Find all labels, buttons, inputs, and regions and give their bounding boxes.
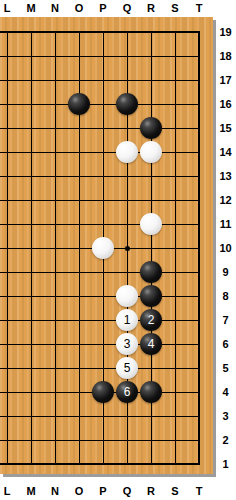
col-label-bottom-N: N xyxy=(43,483,67,499)
col-label-top-P: P xyxy=(91,0,115,16)
col-label-top-M: M xyxy=(19,0,43,16)
col-label-bottom-M: M xyxy=(19,483,43,499)
column-labels-top: LMNOPQRST xyxy=(0,0,211,16)
stone-white-r11 xyxy=(140,213,162,235)
row-label-10: 10 xyxy=(215,236,236,260)
stone-black-q16 xyxy=(116,93,138,115)
row-label-6: 6 xyxy=(215,332,236,356)
row-label-9: 9 xyxy=(215,260,236,284)
row-label-3: 3 xyxy=(215,404,236,428)
col-label-bottom-L: L xyxy=(0,483,19,499)
stone-white-q14 xyxy=(116,141,138,163)
col-label-top-Q: Q xyxy=(115,0,139,16)
row-label-2: 2 xyxy=(215,428,236,452)
col-label-bottom-S: S xyxy=(163,483,187,499)
row-label-8: 8 xyxy=(215,284,236,308)
stone-white-p10 xyxy=(92,237,114,259)
col-label-top-L: L xyxy=(0,0,19,16)
stone-black-o16 xyxy=(68,93,90,115)
row-label-16: 16 xyxy=(215,92,236,116)
go-diagram: LMNOPQRST 246135 19181716151413121110987… xyxy=(0,0,236,500)
stones-layer: 246135 xyxy=(0,20,211,476)
col-label-bottom-P: P xyxy=(91,483,115,499)
stone-white-q6-move-3: 3 xyxy=(116,333,138,355)
stone-white-q7-move-1: 1 xyxy=(116,309,138,331)
row-labels-right: 19181716151413121110987654321 xyxy=(215,20,236,476)
row-label-19: 19 xyxy=(215,20,236,44)
stone-white-q5-move-5: 5 xyxy=(116,357,138,379)
row-label-5: 5 xyxy=(215,356,236,380)
row-label-12: 12 xyxy=(215,188,236,212)
row-label-11: 11 xyxy=(215,212,236,236)
stone-black-r6-move-4: 4 xyxy=(140,333,162,355)
row-label-4: 4 xyxy=(215,380,236,404)
stone-white-r14 xyxy=(140,141,162,163)
col-label-top-S: S xyxy=(163,0,187,16)
row-label-14: 14 xyxy=(215,140,236,164)
stone-black-p4 xyxy=(92,381,114,403)
col-label-bottom-T: T xyxy=(187,483,211,499)
row-label-7: 7 xyxy=(215,308,236,332)
stone-black-r4 xyxy=(140,381,162,403)
stone-white-q8 xyxy=(116,285,138,307)
row-label-1: 1 xyxy=(215,452,236,476)
stone-black-r8 xyxy=(140,285,162,307)
stone-black-r9 xyxy=(140,261,162,283)
stone-black-r7-move-2: 2 xyxy=(140,309,162,331)
col-label-bottom-R: R xyxy=(139,483,163,499)
column-labels-bottom: LMNOPQRST xyxy=(0,483,211,499)
row-label-15: 15 xyxy=(215,116,236,140)
col-label-bottom-Q: Q xyxy=(115,483,139,499)
col-label-bottom-O: O xyxy=(67,483,91,499)
row-label-13: 13 xyxy=(215,164,236,188)
col-label-top-T: T xyxy=(187,0,211,16)
col-label-top-O: O xyxy=(67,0,91,16)
row-label-18: 18 xyxy=(215,44,236,68)
col-label-top-R: R xyxy=(139,0,163,16)
row-label-17: 17 xyxy=(215,68,236,92)
stone-black-r15 xyxy=(140,117,162,139)
stone-black-q4-move-6: 6 xyxy=(116,381,138,403)
col-label-top-N: N xyxy=(43,0,67,16)
go-board[interactable]: 246135 xyxy=(0,17,213,474)
